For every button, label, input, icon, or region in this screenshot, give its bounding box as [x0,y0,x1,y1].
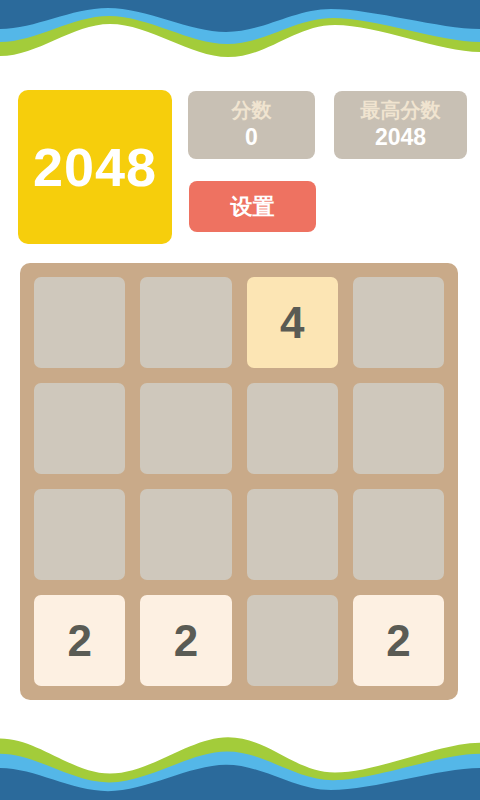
logo-text: 2048 [33,136,157,198]
cell-r2c3 [247,383,338,474]
best-score-label: 最高分数 [361,98,441,123]
top-wave-decoration [0,0,480,60]
tile-2-r4c4: 2 [353,595,444,686]
cell-r2c1 [34,383,125,474]
best-score-box: 最高分数 2048 [334,91,467,159]
cell-r4c3 [247,595,338,686]
best-score-value: 2048 [375,123,426,152]
cell-r1c1 [34,277,125,368]
cell-r1c2 [140,277,231,368]
cell-r3c2 [140,489,231,580]
cell-r2c4 [353,383,444,474]
cell-r3c4 [353,489,444,580]
cell-r3c3 [247,489,338,580]
logo-tile: 2048 [18,90,172,244]
board[interactable]: 4222 [20,263,458,700]
tile-2-r4c2: 2 [140,595,231,686]
cell-r3c1 [34,489,125,580]
score-label: 分数 [232,98,272,123]
tile-2-r4c1: 2 [34,595,125,686]
cell-r2c2 [140,383,231,474]
score-value: 0 [245,123,258,152]
tile-4-r1c3: 4 [247,277,338,368]
bottom-wave-decoration [0,734,480,800]
cell-r1c4 [353,277,444,368]
wave-graphic [0,0,480,60]
wave-graphic [0,734,480,800]
score-box: 分数 0 [188,91,315,159]
settings-button-label: 设置 [231,192,275,222]
settings-button[interactable]: 设置 [189,181,316,232]
